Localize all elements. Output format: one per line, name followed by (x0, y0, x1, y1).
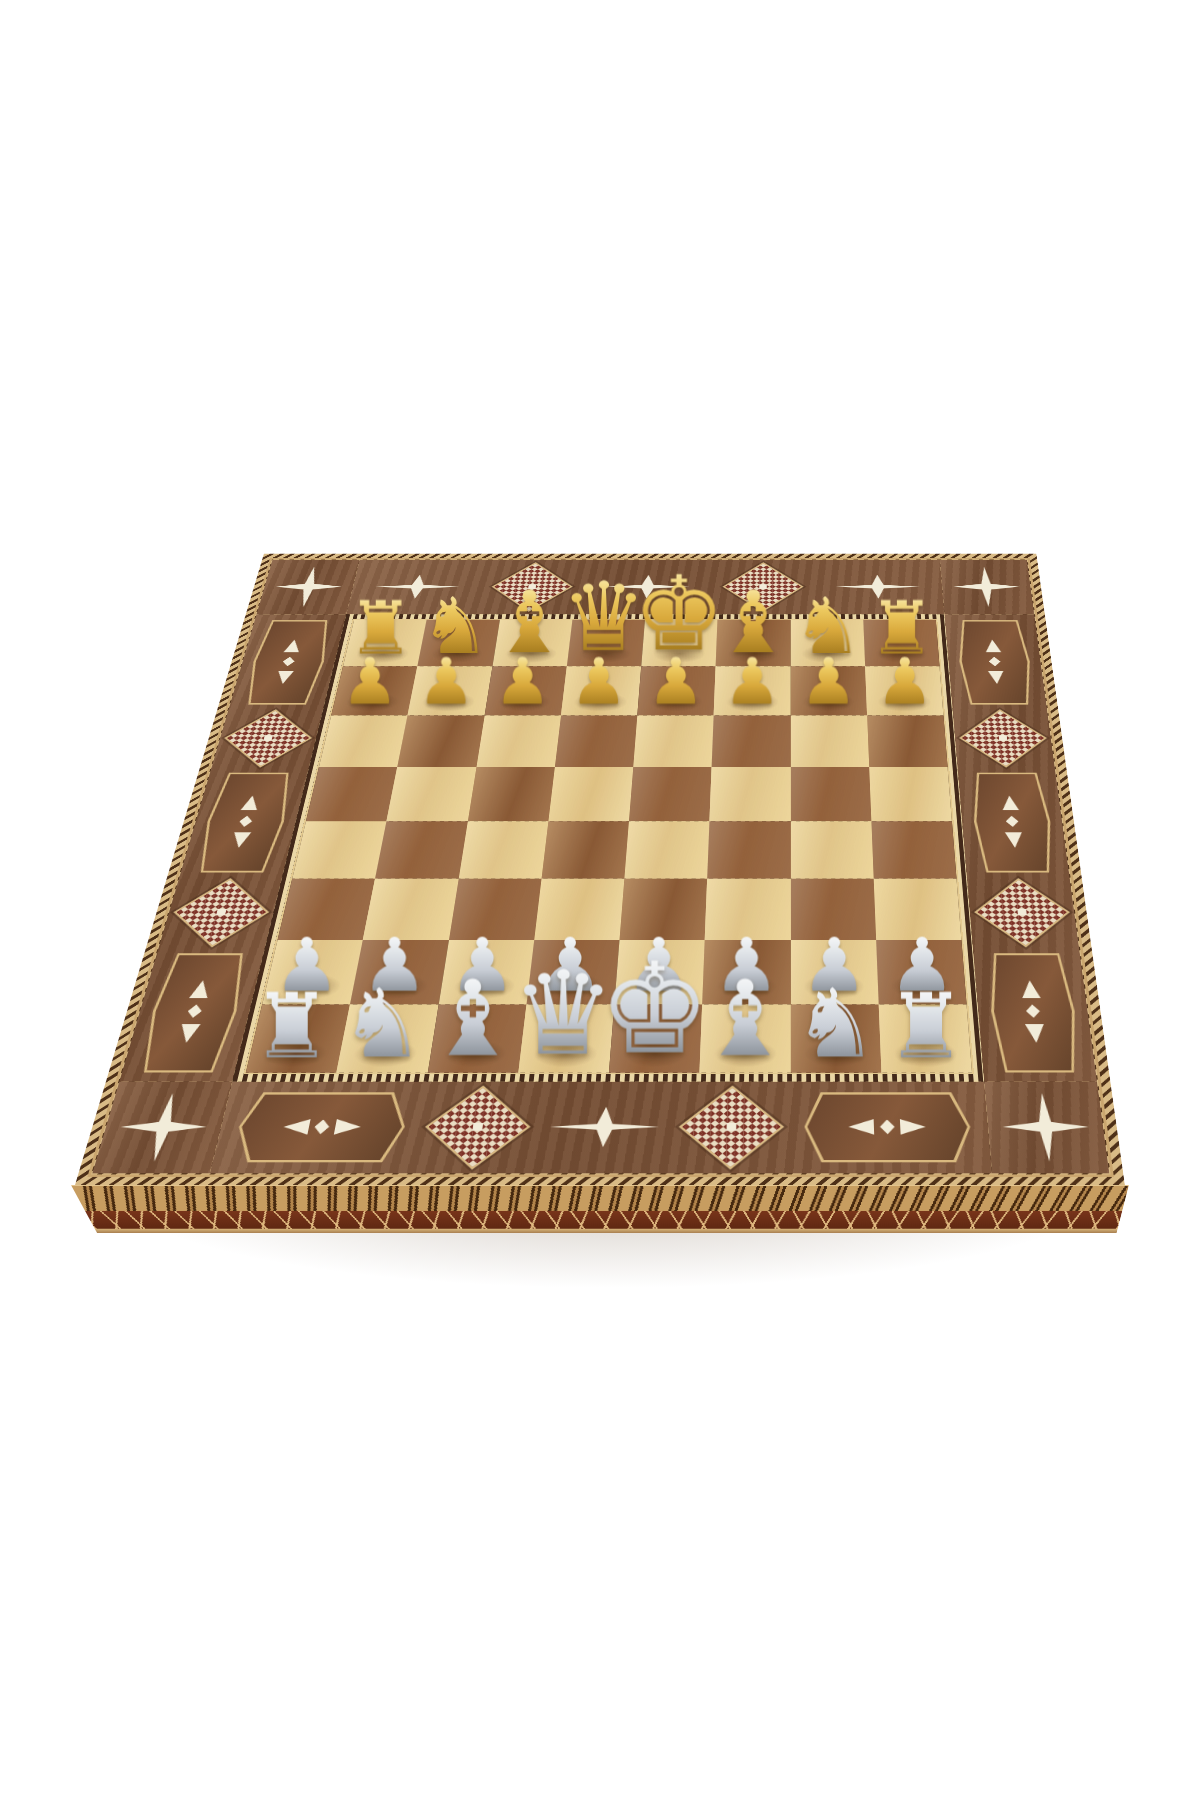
pearl-arrow-inlay (849, 1119, 875, 1135)
pearl-arrow-inlay (177, 1024, 201, 1043)
pearl-center-inlay (525, 582, 540, 591)
pearl-arrow-inlay (1025, 1024, 1046, 1043)
pearl-arrow-inlay (189, 980, 212, 998)
chess-set-photo: ♜♞♝♛♚♝♞♜♟♟♟♟♟♟♟♟♟♟♟♟♟♟♟♟♜♞♝♛♚♝♞♜ (0, 0, 1200, 1800)
hex-inlay-panel (804, 1092, 973, 1162)
pearl-arrow-inlay (240, 796, 261, 811)
pearl-arrow-inlay (334, 1119, 362, 1135)
pearl-arrow-inlay (275, 671, 294, 684)
pearl-center-inlay (468, 1119, 487, 1134)
chess-board: ♜♞♝♛♚♝♞♜♟♟♟♟♟♟♟♟♟♟♟♟♟♟♟♟♜♞♝♛♚♝♞♜ (75, 554, 1125, 1185)
perspective-scene: ♜♞♝♛♚♝♞♜♟♟♟♟♟♟♟♟♟♟♟♟♟♟♟♟♜♞♝♛♚♝♞♜ (0, 0, 1200, 1800)
pearl-center-inlay (995, 733, 1011, 744)
pearl-arrow-inlay (984, 640, 1001, 653)
pearl-arrow-inlay (1001, 796, 1019, 811)
pearl-center-inlay (213, 906, 231, 919)
pearl-diamond-inlay (880, 1119, 895, 1134)
pearl-arrow-inlay (230, 832, 251, 848)
pearl-center-inlay (755, 582, 770, 591)
pearl-diamond-inlay (1005, 816, 1019, 827)
pearl-diamond-inlay (313, 1119, 331, 1134)
board-front-edge (71, 1185, 1129, 1233)
pearl-center-inlay (260, 733, 276, 744)
edge-stripe-band (71, 1185, 1129, 1211)
edge-bottom-line (95, 1229, 1118, 1233)
pearl-arrow-inlay (900, 1119, 926, 1135)
pearl-diamond-inlay (238, 816, 254, 827)
hex-inlay-panel (231, 1092, 411, 1162)
pearl-diamond-inlay (186, 1005, 203, 1018)
pearl-center-inlay (1013, 906, 1031, 919)
pearl-arrow-inlay (1020, 980, 1040, 998)
pearl-arrow-inlay (1005, 832, 1024, 848)
pearl-diamond-inlay (988, 657, 1001, 666)
pearl-arrow-inlay (282, 1119, 311, 1135)
pearl-center-inlay (722, 1119, 741, 1134)
pearl-arrow-inlay (988, 671, 1005, 684)
pearl-diamond-inlay (1025, 1005, 1040, 1018)
edge-lattice-band (85, 1211, 1122, 1229)
pearl-diamond-inlay (282, 657, 296, 666)
pearl-arrow-inlay (283, 640, 302, 653)
